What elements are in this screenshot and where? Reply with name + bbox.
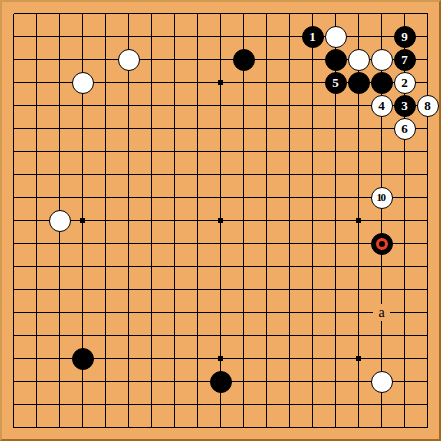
go-board: 19753248610a [0,0,441,441]
stone-black-5: 5 [325,72,347,94]
stone-white-10: 10 [371,187,393,209]
stone-white [325,26,347,48]
move-number: 5 [332,76,339,90]
move-number: 2 [401,76,408,90]
move-number: 4 [378,99,385,113]
stone-white [72,72,94,94]
stones-layer: 19753248610a [2,2,439,439]
point-label-a: a [373,304,390,321]
move-number: 10 [377,192,385,204]
move-number: 6 [401,122,408,136]
stone-white [348,49,370,71]
stone-black-1: 1 [302,26,324,48]
stone-black [210,371,232,393]
move-number: 8 [424,99,431,113]
move-number: 7 [401,53,408,67]
stone-black-7: 7 [394,49,416,71]
stone-black [325,49,347,71]
stone-black [348,72,370,94]
stone-white [371,49,393,71]
stone-black [233,49,255,71]
stone-white-2: 2 [394,72,416,94]
stone-white [371,371,393,393]
stone-white-4: 4 [371,95,393,117]
stone-black-3: 3 [394,95,416,117]
stone-black [371,233,393,255]
circle-marker-icon [376,238,388,250]
move-number: 1 [309,30,316,44]
move-number: 3 [401,99,408,113]
stone-white [49,210,71,232]
move-number: 9 [401,30,408,44]
stone-black [371,72,393,94]
stone-white [118,49,140,71]
stone-white-6: 6 [394,118,416,140]
stone-black-9: 9 [394,26,416,48]
stone-white-8: 8 [417,95,439,117]
stone-black [72,348,94,370]
